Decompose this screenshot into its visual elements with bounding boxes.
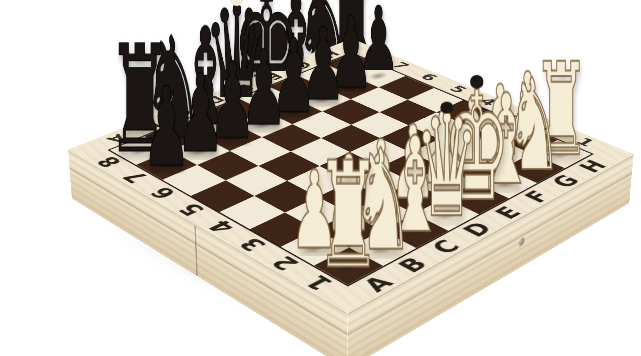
- chess-set-photo: 8 7 6 5 4 3 2 1 8 7 6 5 4 3 2 1: [0, 0, 641, 356]
- piece-black-pawn: ♟: [142, 73, 191, 183]
- fold-seam: [194, 225, 197, 276]
- perspective-wrapper: 8 7 6 5 4 3 2 1 8 7 6 5 4 3 2 1: [0, 0, 641, 356]
- chess-board-box: 8 7 6 5 4 3 2 1 8 7 6 5 4 3 2 1: [68, 39, 634, 314]
- latch-screw: [519, 236, 524, 245]
- board-top-face: 8 7 6 5 4 3 2 1 8 7 6 5 4 3 2 1: [68, 39, 634, 314]
